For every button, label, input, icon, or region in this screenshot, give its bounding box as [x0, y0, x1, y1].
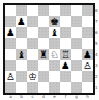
square-a4[interactable]: [5, 49, 16, 60]
square-b7-black-piece[interactable]: ♟: [16, 16, 27, 27]
rank-label-8: 8: [95, 5, 98, 16]
square-d7[interactable]: [38, 16, 49, 27]
square-a6-black-piece[interactable]: ♟: [5, 27, 16, 38]
file-label-e: e: [49, 95, 60, 99]
square-b2[interactable]: [16, 71, 27, 82]
square-c4[interactable]: [27, 49, 38, 60]
rank-label-6: 6: [95, 27, 98, 38]
square-h6[interactable]: [82, 27, 93, 38]
rank-labels: 87654321: [95, 5, 98, 93]
square-f2[interactable]: [60, 71, 71, 82]
square-e1[interactable]: [49, 82, 60, 93]
square-f6[interactable]: [60, 27, 71, 38]
square-g4[interactable]: [71, 49, 82, 60]
square-f5[interactable]: [60, 38, 71, 49]
square-g3[interactable]: [71, 60, 82, 71]
square-d8[interactable]: [38, 5, 49, 16]
rank-label-4: 4: [95, 49, 98, 60]
file-label-a: a: [5, 95, 16, 99]
square-e8[interactable]: [49, 5, 60, 16]
rank-label-5: 5: [95, 38, 98, 49]
file-label-g: g: [71, 95, 82, 99]
square-d5[interactable]: [38, 38, 49, 49]
square-h2[interactable]: [82, 71, 93, 82]
file-label-h: h: [82, 95, 93, 99]
square-e4-white-piece[interactable]: ♘: [49, 49, 60, 60]
square-h4-black-piece[interactable]: ♟: [82, 49, 93, 60]
square-h3-white-piece[interactable]: ♙: [82, 60, 93, 71]
square-g2[interactable]: [71, 71, 82, 82]
file-labels: abcdefgh: [5, 95, 93, 99]
square-b1[interactable]: [16, 82, 27, 93]
square-c2-white-piece[interactable]: ♔: [27, 71, 38, 82]
square-h7[interactable]: [82, 16, 93, 27]
square-g5[interactable]: [71, 38, 82, 49]
rank-label-1: 1: [95, 82, 98, 93]
square-a8[interactable]: [5, 5, 16, 16]
square-b6[interactable]: [16, 27, 27, 38]
square-c7[interactable]: [27, 16, 38, 27]
file-label-c: c: [27, 95, 38, 99]
rank-label-3: 3: [95, 60, 98, 71]
square-f1[interactable]: [60, 82, 71, 93]
file-label-f: f: [60, 95, 71, 99]
square-b3[interactable]: [16, 60, 27, 71]
square-c8[interactable]: [27, 5, 38, 16]
square-a3[interactable]: [5, 60, 16, 71]
square-h8[interactable]: [82, 5, 93, 16]
square-a5[interactable]: [5, 38, 16, 49]
rank-label-2: 2: [95, 71, 98, 82]
file-label-b: b: [16, 95, 27, 99]
square-c6[interactable]: [27, 27, 38, 38]
square-g8[interactable]: [71, 5, 82, 16]
square-g6[interactable]: [71, 27, 82, 38]
square-e6-black-piece[interactable]: ♝: [49, 27, 60, 38]
square-b8[interactable]: [16, 5, 27, 16]
square-a2-white-piece[interactable]: ♙: [5, 71, 16, 82]
square-e2[interactable]: [49, 71, 60, 82]
square-d6[interactable]: [38, 27, 49, 38]
square-a7[interactable]: [5, 16, 16, 27]
square-d2[interactable]: [38, 71, 49, 82]
square-f3-black-piece[interactable]: ♟: [60, 60, 71, 71]
square-h1[interactable]: [82, 82, 93, 93]
square-d4-black-piece[interactable]: ♜: [38, 49, 49, 60]
square-e7-black-piece[interactable]: ♚: [49, 16, 60, 27]
square-c3[interactable]: [27, 60, 38, 71]
square-f4-white-piece[interactable]: ♖: [60, 49, 71, 60]
square-h5[interactable]: [82, 38, 93, 49]
square-b5[interactable]: [16, 38, 27, 49]
rank-label-7: 7: [95, 16, 98, 27]
square-d1[interactable]: [38, 82, 49, 93]
square-f7[interactable]: [60, 16, 71, 27]
chess-board: ♟♚♟♝♝♜♘♖♟♟♙♙♔: [5, 5, 93, 93]
square-d3[interactable]: [38, 60, 49, 71]
square-c1[interactable]: [27, 82, 38, 93]
square-c5[interactable]: [27, 38, 38, 49]
square-f8[interactable]: [60, 5, 71, 16]
file-label-d: d: [38, 95, 49, 99]
square-b4-black-piece[interactable]: ♝: [16, 49, 27, 60]
square-g1[interactable]: [71, 82, 82, 93]
square-e5[interactable]: [49, 38, 60, 49]
square-a1[interactable]: [5, 82, 16, 93]
square-g7[interactable]: [71, 16, 82, 27]
square-e3[interactable]: [49, 60, 60, 71]
board-frame: ♟♚♟♝♝♜♘♖♟♟♙♙♔: [3, 3, 95, 95]
